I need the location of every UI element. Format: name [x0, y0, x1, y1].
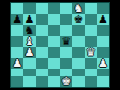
white-bishop: ♝ — [24, 36, 34, 47]
white-knight: ♞ — [73, 3, 83, 14]
square-b7: ♟ — [23, 14, 35, 25]
square-c1 — [36, 76, 48, 87]
square-a4 — [11, 47, 23, 58]
square-a2 — [11, 69, 23, 76]
square-a5 — [11, 36, 23, 47]
square-a3: ♟ — [11, 58, 23, 69]
square-b6: ♞ — [23, 25, 35, 36]
square-b8 — [23, 3, 35, 14]
square-e3 — [60, 58, 72, 69]
square-h4 — [97, 47, 109, 58]
chess-board: ♞♟♟♚♟♞♝♛♟♛♟♟♚ — [10, 2, 110, 88]
black-knight: ♞ — [24, 25, 34, 36]
square-b2 — [23, 69, 35, 76]
square-b4: ♟ — [23, 47, 35, 58]
square-e2 — [60, 69, 72, 76]
square-d7 — [48, 14, 60, 25]
white-queen: ♛ — [86, 47, 96, 58]
square-d2 — [48, 69, 60, 76]
square-b3 — [23, 58, 35, 69]
square-c3 — [36, 58, 48, 69]
square-d1 — [48, 76, 60, 87]
square-f1 — [72, 76, 84, 87]
square-g7 — [85, 14, 97, 25]
square-f2 — [72, 69, 84, 76]
square-a6 — [11, 25, 23, 36]
black-queen: ♛ — [61, 36, 71, 47]
square-h8 — [97, 3, 109, 14]
square-b1 — [23, 76, 35, 87]
square-d5 — [48, 36, 60, 47]
square-f5 — [72, 36, 84, 47]
square-h1 — [97, 76, 109, 87]
square-g1 — [85, 76, 97, 87]
square-h2 — [97, 69, 109, 76]
square-g3 — [85, 58, 97, 69]
black-pawn: ♟ — [12, 14, 22, 25]
square-c7 — [36, 14, 48, 25]
square-d3 — [48, 58, 60, 69]
square-g2 — [85, 69, 97, 76]
square-c6 — [36, 25, 48, 36]
square-g6 — [85, 25, 97, 36]
square-c2 — [36, 69, 48, 76]
square-a1 — [11, 76, 23, 87]
square-e8 — [60, 3, 72, 14]
square-a7: ♟ — [11, 14, 23, 25]
square-h7: ♟ — [97, 14, 109, 25]
square-e7 — [60, 14, 72, 25]
white-pawn: ♟ — [12, 58, 22, 69]
square-d8 — [48, 3, 60, 14]
black-pawn: ♟ — [98, 14, 108, 25]
square-h6 — [97, 25, 109, 36]
white-pawn: ♟ — [98, 58, 108, 69]
square-f4 — [72, 47, 84, 58]
square-h5 — [97, 36, 109, 47]
white-king: ♚ — [61, 76, 71, 87]
black-king: ♚ — [73, 14, 83, 25]
square-e5: ♛ — [60, 36, 72, 47]
black-pawn: ♟ — [24, 14, 34, 25]
square-c4 — [36, 47, 48, 58]
square-e4 — [60, 47, 72, 58]
square-g4: ♛ — [85, 47, 97, 58]
square-f6 — [72, 25, 84, 36]
square-a8 — [11, 3, 23, 14]
square-d4 — [48, 47, 60, 58]
square-e6 — [60, 25, 72, 36]
square-h3: ♟ — [97, 58, 109, 69]
square-f7: ♚ — [72, 14, 84, 25]
video-frame: ♞♟♟♚♟♞♝♛♟♛♟♟♚ — [0, 0, 120, 90]
square-g8 — [85, 3, 97, 14]
square-g5 — [85, 36, 97, 47]
square-b5: ♝ — [23, 36, 35, 47]
square-f8: ♞ — [72, 3, 84, 14]
square-d6 — [48, 25, 60, 36]
square-e1: ♚ — [60, 76, 72, 87]
white-pawn: ♟ — [24, 47, 34, 58]
square-c5 — [36, 36, 48, 47]
square-c8 — [36, 3, 48, 14]
square-f3 — [72, 58, 84, 69]
